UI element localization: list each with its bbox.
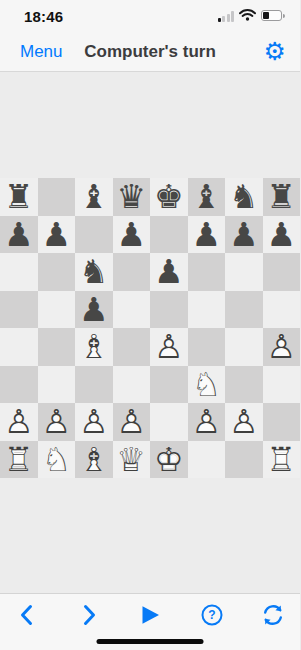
square-g6[interactable] <box>225 253 263 291</box>
piece-black-pawn[interactable]: ♟ <box>225 216 263 254</box>
square-f2[interactable]: ♟♙ <box>188 403 226 441</box>
piece-white-bishop[interactable]: ♗ <box>75 328 113 366</box>
square-e6[interactable]: ♟ <box>150 253 188 291</box>
square-c5[interactable]: ♟ <box>75 291 113 329</box>
square-c3[interactable] <box>75 366 113 404</box>
square-b8[interactable] <box>38 178 76 216</box>
piece-white-knight[interactable]: ♘ <box>188 366 226 404</box>
piece-black-pawn[interactable]: ♟ <box>113 216 151 254</box>
play-button[interactable] <box>137 602 163 628</box>
piece-black-pawn[interactable]: ♟ <box>0 216 38 254</box>
square-d5[interactable] <box>113 291 151 329</box>
question-circle-icon: ? <box>200 603 224 627</box>
square-f6[interactable] <box>188 253 226 291</box>
square-g2[interactable]: ♟♙ <box>225 403 263 441</box>
piece-black-pawn[interactable]: ♟ <box>150 253 188 291</box>
square-b2[interactable]: ♟♙ <box>38 403 76 441</box>
menu-button[interactable]: Menu <box>20 42 63 62</box>
square-f5[interactable] <box>188 291 226 329</box>
piece-white-queen[interactable]: ♕ <box>113 441 151 479</box>
svg-text:?: ? <box>208 608 215 622</box>
piece-white-pawn[interactable]: ♙ <box>225 403 263 441</box>
chevron-right-icon <box>78 603 100 627</box>
square-c2[interactable]: ♟♙ <box>75 403 113 441</box>
square-h8[interactable]: ♜ <box>263 178 301 216</box>
square-d7[interactable]: ♟ <box>113 216 151 254</box>
square-c8[interactable]: ♝ <box>75 178 113 216</box>
app-screen: 18:46 Menu Computer's turn ⚙ ♜♝♛♚♝♞♜♟♟♟♟… <box>0 0 300 650</box>
piece-black-rook[interactable]: ♜ <box>0 178 38 216</box>
piece-white-pawn[interactable]: ♙ <box>263 328 301 366</box>
piece-white-bishop[interactable]: ♗ <box>75 441 113 479</box>
status-icons <box>218 7 287 25</box>
piece-black-king[interactable]: ♚ <box>150 178 188 216</box>
square-b7[interactable]: ♟ <box>38 216 76 254</box>
square-g8[interactable]: ♞ <box>225 178 263 216</box>
square-c6[interactable]: ♞ <box>75 253 113 291</box>
back-button[interactable] <box>14 602 40 628</box>
wifi-icon <box>239 7 256 25</box>
piece-white-knight[interactable]: ♘ <box>38 441 76 479</box>
square-a8[interactable]: ♜ <box>0 178 38 216</box>
navigation-bar: Menu Computer's turn ⚙ <box>0 32 300 72</box>
square-f3[interactable]: ♞♘ <box>188 366 226 404</box>
piece-white-rook[interactable]: ♖ <box>263 441 301 479</box>
piece-white-pawn[interactable]: ♙ <box>188 403 226 441</box>
status-bar: 18:46 <box>0 0 300 32</box>
square-f4[interactable] <box>188 328 226 366</box>
bottom-toolbar: ? <box>0 593 300 650</box>
square-b5[interactable] <box>38 291 76 329</box>
battery-icon <box>261 10 286 22</box>
square-d1[interactable]: ♛♕ <box>113 441 151 479</box>
square-c4[interactable]: ♝♗ <box>75 328 113 366</box>
square-g4[interactable] <box>225 328 263 366</box>
square-h7[interactable]: ♟ <box>263 216 301 254</box>
content-area: ♜♝♛♚♝♞♜♟♟♟♟♟♟♞♟♟♝♗♟♙♟♙♞♘♟♙♟♙♟♙♟♙♟♙♟♙♜♖♞♘… <box>0 72 300 593</box>
piece-black-knight[interactable]: ♞ <box>225 178 263 216</box>
square-a5[interactable] <box>0 291 38 329</box>
square-a4[interactable] <box>0 328 38 366</box>
square-e3[interactable] <box>150 366 188 404</box>
square-e2[interactable] <box>150 403 188 441</box>
square-e4[interactable]: ♟♙ <box>150 328 188 366</box>
square-e7[interactable] <box>150 216 188 254</box>
piece-black-knight[interactable]: ♞ <box>75 253 113 291</box>
piece-black-pawn[interactable]: ♟ <box>263 216 301 254</box>
square-d3[interactable] <box>113 366 151 404</box>
chess-board[interactable]: ♜♝♛♚♝♞♜♟♟♟♟♟♟♞♟♟♝♗♟♙♟♙♞♘♟♙♟♙♟♙♟♙♟♙♟♙♜♖♞♘… <box>0 178 300 478</box>
piece-black-pawn[interactable]: ♟ <box>38 216 76 254</box>
square-b6[interactable] <box>38 253 76 291</box>
forward-button[interactable] <box>76 602 102 628</box>
status-time: 18:46 <box>24 8 63 25</box>
piece-black-pawn[interactable]: ♟ <box>75 291 113 329</box>
restart-button[interactable] <box>260 602 286 628</box>
home-indicator[interactable] <box>97 639 204 644</box>
piece-black-bishop[interactable]: ♝ <box>188 178 226 216</box>
square-f7[interactable]: ♟ <box>188 216 226 254</box>
square-c1[interactable]: ♝♗ <box>75 441 113 479</box>
square-d8[interactable]: ♛ <box>113 178 151 216</box>
square-e8[interactable]: ♚ <box>150 178 188 216</box>
square-a2[interactable]: ♟♙ <box>0 403 38 441</box>
square-h5[interactable] <box>263 291 301 329</box>
square-a6[interactable] <box>0 253 38 291</box>
square-a1[interactable]: ♜♖ <box>0 441 38 479</box>
piece-white-pawn[interactable]: ♙ <box>150 328 188 366</box>
piece-black-rook[interactable]: ♜ <box>263 178 301 216</box>
piece-white-pawn[interactable]: ♙ <box>113 403 151 441</box>
square-h1[interactable]: ♜♖ <box>263 441 301 479</box>
square-h4[interactable]: ♟♙ <box>263 328 301 366</box>
square-e5[interactable] <box>150 291 188 329</box>
square-a7[interactable]: ♟ <box>0 216 38 254</box>
square-h2[interactable] <box>263 403 301 441</box>
square-f1[interactable] <box>188 441 226 479</box>
piece-white-pawn[interactable]: ♙ <box>0 403 38 441</box>
piece-black-bishop[interactable]: ♝ <box>75 178 113 216</box>
square-d4[interactable] <box>113 328 151 366</box>
square-b4[interactable] <box>38 328 76 366</box>
piece-black-pawn[interactable]: ♟ <box>188 216 226 254</box>
piece-white-king[interactable]: ♔ <box>150 441 188 479</box>
piece-white-pawn[interactable]: ♙ <box>75 403 113 441</box>
square-h6[interactable] <box>263 253 301 291</box>
square-b1[interactable]: ♞♘ <box>38 441 76 479</box>
square-g7[interactable]: ♟ <box>225 216 263 254</box>
square-d2[interactable]: ♟♙ <box>113 403 151 441</box>
settings-gear-icon[interactable]: ⚙ <box>264 39 286 64</box>
piece-black-queen[interactable]: ♛ <box>113 178 151 216</box>
cellular-signal-icon <box>218 11 235 22</box>
square-g3[interactable] <box>225 366 263 404</box>
chevron-left-icon <box>16 603 38 627</box>
square-h3[interactable] <box>263 366 301 404</box>
square-e1[interactable]: ♚♔ <box>150 441 188 479</box>
page-title: Computer's turn <box>84 42 216 62</box>
square-d6[interactable] <box>113 253 151 291</box>
piece-white-pawn[interactable]: ♙ <box>38 403 76 441</box>
square-c7[interactable] <box>75 216 113 254</box>
square-b3[interactable] <box>38 366 76 404</box>
square-f8[interactable]: ♝ <box>188 178 226 216</box>
restart-arrows-icon <box>261 603 285 627</box>
piece-white-rook[interactable]: ♖ <box>0 441 38 479</box>
square-a3[interactable] <box>0 366 38 404</box>
help-button[interactable]: ? <box>199 602 225 628</box>
square-g5[interactable] <box>225 291 263 329</box>
play-icon <box>138 603 162 627</box>
square-g1[interactable] <box>225 441 263 479</box>
